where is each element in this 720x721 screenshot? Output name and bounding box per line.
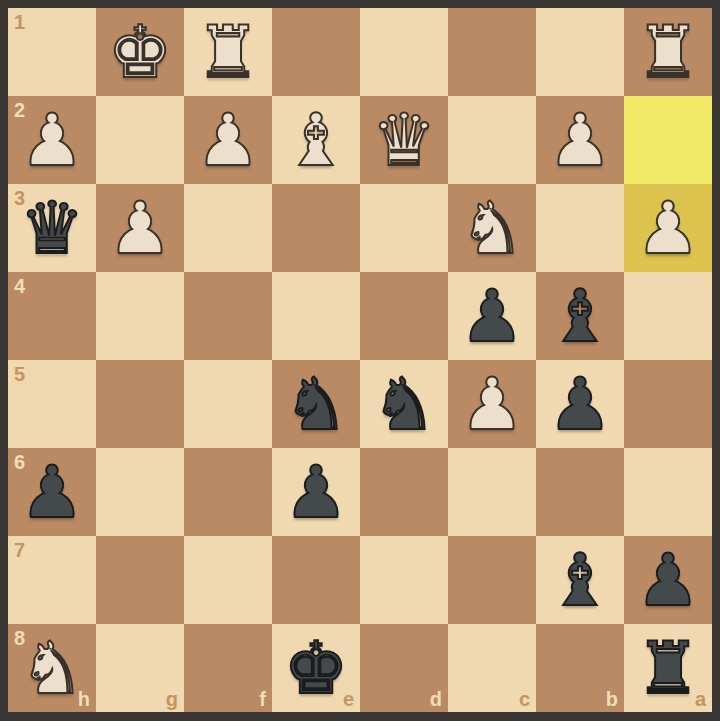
square-d4[interactable] (360, 272, 448, 360)
file-label-c: c (519, 689, 530, 709)
square-f3[interactable] (184, 184, 272, 272)
square-h3[interactable]: 3♛ (8, 184, 96, 272)
chess-board: 1♚♜♜2♟♟♝♛♟3♛♟♞♟4♟♝5♞♞♟♟6♟♟7♝♟8h♞gfe♚dcba… (8, 8, 712, 712)
piece-white-knight[interactable]: ♞ (460, 192, 525, 264)
square-c6[interactable] (448, 448, 536, 536)
square-c8[interactable]: c (448, 624, 536, 712)
square-e5[interactable]: ♞ (272, 360, 360, 448)
square-b3[interactable] (536, 184, 624, 272)
rank-label-1: 1 (14, 12, 25, 32)
square-e2[interactable]: ♝ (272, 96, 360, 184)
square-b7[interactable]: ♝ (536, 536, 624, 624)
board-frame: 1♚♜♜2♟♟♝♛♟3♛♟♞♟4♟♝5♞♞♟♟6♟♟7♝♟8h♞gfe♚dcba… (0, 0, 720, 721)
piece-white-rook[interactable]: ♜ (196, 16, 261, 88)
square-d7[interactable] (360, 536, 448, 624)
piece-black-bishop[interactable]: ♝ (548, 544, 613, 616)
square-b6[interactable] (536, 448, 624, 536)
square-a8[interactable]: a♜ (624, 624, 712, 712)
square-f7[interactable] (184, 536, 272, 624)
file-label-f: f (259, 689, 266, 709)
piece-white-pawn[interactable]: ♟ (548, 104, 613, 176)
square-c2[interactable] (448, 96, 536, 184)
square-e8[interactable]: e♚ (272, 624, 360, 712)
piece-black-knight[interactable]: ♞ (284, 368, 349, 440)
square-f1[interactable]: ♜ (184, 8, 272, 96)
square-c4[interactable]: ♟ (448, 272, 536, 360)
piece-black-queen[interactable]: ♛ (20, 192, 85, 264)
square-h7[interactable]: 7 (8, 536, 96, 624)
square-f8[interactable]: f (184, 624, 272, 712)
rank-label-7: 7 (14, 540, 25, 560)
square-e4[interactable] (272, 272, 360, 360)
piece-white-pawn[interactable]: ♟ (20, 104, 85, 176)
piece-white-king[interactable]: ♚ (108, 16, 173, 88)
square-h6[interactable]: 6♟ (8, 448, 96, 536)
square-d2[interactable]: ♛ (360, 96, 448, 184)
square-c5[interactable]: ♟ (448, 360, 536, 448)
rank-label-4: 4 (14, 276, 25, 296)
piece-black-pawn[interactable]: ♟ (636, 544, 701, 616)
square-g4[interactable] (96, 272, 184, 360)
square-b5[interactable]: ♟ (536, 360, 624, 448)
square-g1[interactable]: ♚ (96, 8, 184, 96)
rank-label-5: 5 (14, 364, 25, 384)
square-f5[interactable] (184, 360, 272, 448)
square-b4[interactable]: ♝ (536, 272, 624, 360)
square-g5[interactable] (96, 360, 184, 448)
square-b1[interactable] (536, 8, 624, 96)
square-f6[interactable] (184, 448, 272, 536)
square-f2[interactable]: ♟ (184, 96, 272, 184)
piece-white-knight[interactable]: ♞ (20, 632, 85, 704)
square-b8[interactable]: b (536, 624, 624, 712)
file-label-d: d (430, 689, 442, 709)
square-c3[interactable]: ♞ (448, 184, 536, 272)
square-f4[interactable] (184, 272, 272, 360)
square-h5[interactable]: 5 (8, 360, 96, 448)
square-h4[interactable]: 4 (8, 272, 96, 360)
piece-white-rook[interactable]: ♜ (636, 16, 701, 88)
piece-white-pawn[interactable]: ♟ (636, 192, 701, 264)
square-b2[interactable]: ♟ (536, 96, 624, 184)
square-g8[interactable]: g (96, 624, 184, 712)
piece-black-pawn[interactable]: ♟ (20, 456, 85, 528)
square-a3[interactable]: ♟ (624, 184, 712, 272)
piece-white-pawn[interactable]: ♟ (108, 192, 173, 264)
piece-white-queen[interactable]: ♛ (372, 104, 437, 176)
square-a1[interactable]: ♜ (624, 8, 712, 96)
square-e6[interactable]: ♟ (272, 448, 360, 536)
piece-black-rook[interactable]: ♜ (636, 632, 701, 704)
piece-black-knight[interactable]: ♞ (372, 368, 437, 440)
square-a4[interactable] (624, 272, 712, 360)
square-d5[interactable]: ♞ (360, 360, 448, 448)
square-a2[interactable] (624, 96, 712, 184)
square-d6[interactable] (360, 448, 448, 536)
square-h1[interactable]: 1 (8, 8, 96, 96)
file-label-b: b (606, 689, 618, 709)
piece-black-bishop[interactable]: ♝ (548, 280, 613, 352)
piece-black-pawn[interactable]: ♟ (548, 368, 613, 440)
square-a5[interactable] (624, 360, 712, 448)
square-c1[interactable] (448, 8, 536, 96)
square-d3[interactable] (360, 184, 448, 272)
square-g2[interactable] (96, 96, 184, 184)
square-g6[interactable] (96, 448, 184, 536)
piece-white-bishop[interactable]: ♝ (284, 104, 349, 176)
square-a6[interactable] (624, 448, 712, 536)
piece-black-king[interactable]: ♚ (284, 632, 349, 704)
piece-black-pawn[interactable]: ♟ (460, 280, 525, 352)
square-e7[interactable] (272, 536, 360, 624)
square-g3[interactable]: ♟ (96, 184, 184, 272)
square-h2[interactable]: 2♟ (8, 96, 96, 184)
square-d1[interactable] (360, 8, 448, 96)
square-e1[interactable] (272, 8, 360, 96)
square-d8[interactable]: d (360, 624, 448, 712)
piece-white-pawn[interactable]: ♟ (196, 104, 261, 176)
piece-black-pawn[interactable]: ♟ (284, 456, 349, 528)
square-h8[interactable]: 8h♞ (8, 624, 96, 712)
square-c7[interactable] (448, 536, 536, 624)
square-g7[interactable] (96, 536, 184, 624)
square-a7[interactable]: ♟ (624, 536, 712, 624)
file-label-g: g (166, 689, 178, 709)
square-e3[interactable] (272, 184, 360, 272)
piece-white-pawn[interactable]: ♟ (460, 368, 525, 440)
